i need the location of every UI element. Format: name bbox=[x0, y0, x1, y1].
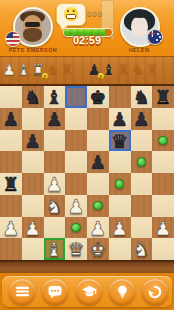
square-h1[interactable] bbox=[152, 238, 174, 260]
square-c8[interactable]: ♝ bbox=[44, 86, 66, 108]
square-f7[interactable]: ♟ bbox=[109, 108, 131, 130]
white-knight: ♞ bbox=[131, 238, 153, 260]
chess-app: PETE EMERSON HELEN 000 02:59 ♟♝♜2♞♜ ♟2♝♜… bbox=[0, 0, 174, 310]
avatar-face bbox=[131, 16, 148, 37]
white-pawn: ♟ bbox=[0, 217, 22, 239]
game-header: PETE EMERSON HELEN 000 02:59 bbox=[0, 0, 174, 56]
white-pawn: ♟ bbox=[87, 217, 109, 239]
legal-move-dot[interactable] bbox=[93, 201, 103, 211]
flag-detail bbox=[151, 30, 152, 37]
square-h3[interactable] bbox=[152, 195, 174, 217]
square-g8[interactable]: ♞ bbox=[131, 86, 153, 108]
captured-white-pieces: ♟♝♜2♞♜ bbox=[2, 57, 75, 83]
legal-move-dot[interactable] bbox=[137, 157, 147, 167]
captured-black-pawn: ♟2 bbox=[87, 57, 102, 83]
timer-text: 02:59 bbox=[57, 34, 117, 46]
square-d7[interactable] bbox=[65, 108, 87, 130]
square-d5[interactable] bbox=[65, 151, 87, 173]
square-e2[interactable]: ♟ bbox=[87, 217, 109, 239]
white-pawn: ♟ bbox=[152, 217, 174, 239]
black-pawn: ♟ bbox=[0, 108, 22, 130]
board-frame bbox=[0, 260, 174, 273]
black-pawn: ♟ bbox=[22, 130, 44, 152]
black-pawn: ♟ bbox=[131, 108, 153, 130]
square-b7[interactable] bbox=[22, 108, 44, 130]
white-queen: ♛ bbox=[65, 238, 87, 260]
square-d4[interactable] bbox=[65, 173, 87, 195]
white-pawn: ♟ bbox=[22, 217, 44, 239]
square-c6[interactable] bbox=[44, 130, 66, 152]
legal-move-dot[interactable] bbox=[158, 136, 168, 146]
square-g2[interactable] bbox=[131, 217, 153, 239]
learn-button[interactable] bbox=[76, 279, 102, 305]
player2-name: HELEN bbox=[104, 47, 174, 53]
square-e7[interactable] bbox=[87, 108, 109, 130]
placeholder-knight: ♞ bbox=[46, 57, 61, 83]
square-g3[interactable] bbox=[131, 195, 153, 217]
square-c7[interactable]: ♟ bbox=[44, 108, 66, 130]
black-knight: ♞ bbox=[131, 86, 153, 108]
square-g6[interactable] bbox=[131, 130, 153, 152]
white-king: ♚ bbox=[87, 238, 109, 260]
square-d6[interactable] bbox=[65, 130, 87, 152]
black-bishop: ♝ bbox=[44, 86, 66, 108]
white-pawn: ♟ bbox=[65, 195, 87, 217]
avatar-sunglasses bbox=[25, 22, 40, 27]
white-bishop: ♝ bbox=[44, 238, 66, 260]
avatar-fringe bbox=[130, 12, 149, 18]
square-b2[interactable]: ♟ bbox=[22, 217, 44, 239]
square-a4[interactable]: ♜ bbox=[0, 173, 22, 195]
chess-board: ♞♝♚♞♜♟♟♟♟♟♛♟♜♟♞♟♟♟♟♟♟♝♛♚♞ bbox=[0, 86, 174, 260]
square-b1[interactable] bbox=[22, 238, 44, 260]
square-b4[interactable] bbox=[22, 173, 44, 195]
square-g5[interactable] bbox=[131, 151, 153, 173]
square-e1[interactable]: ♚ bbox=[87, 238, 109, 260]
square-d3[interactable]: ♟ bbox=[65, 195, 87, 217]
square-h2[interactable]: ♟ bbox=[152, 217, 174, 239]
black-pawn: ♟ bbox=[44, 108, 66, 130]
legal-move-dot[interactable] bbox=[115, 179, 125, 189]
square-h4[interactable] bbox=[152, 173, 174, 195]
placeholder-rook: ♜ bbox=[60, 57, 75, 83]
square-a5[interactable] bbox=[0, 151, 22, 173]
usa-flag-icon bbox=[5, 31, 21, 47]
black-pawn: ♟ bbox=[87, 151, 109, 173]
square-b8[interactable]: ♞ bbox=[22, 86, 44, 108]
menu-icon bbox=[16, 285, 29, 298]
captured-white-rook: ♜2 bbox=[31, 57, 46, 83]
square-a7[interactable]: ♟ bbox=[0, 108, 22, 130]
square-b3[interactable] bbox=[22, 195, 44, 217]
captured-black-bishop: ♝ bbox=[102, 57, 117, 83]
chat-button[interactable] bbox=[42, 279, 68, 305]
square-f8[interactable] bbox=[109, 86, 131, 108]
square-e5[interactable]: ♟ bbox=[87, 151, 109, 173]
black-rook: ♜ bbox=[152, 86, 174, 108]
square-f6[interactable]: ♛ bbox=[109, 130, 131, 152]
square-b6[interactable]: ♟ bbox=[22, 130, 44, 152]
captured-white-pawn: ♟ bbox=[2, 57, 17, 83]
menu-button[interactable] bbox=[9, 279, 35, 305]
hint-button[interactable] bbox=[109, 279, 135, 305]
square-a8[interactable] bbox=[0, 86, 22, 108]
square-c5[interactable] bbox=[44, 151, 66, 173]
lightbulb-icon bbox=[116, 285, 129, 299]
square-e4[interactable] bbox=[87, 173, 109, 195]
black-queen: ♛ bbox=[109, 130, 131, 152]
square-e8[interactable]: ♚ bbox=[87, 86, 109, 108]
score-counter: 000 bbox=[87, 9, 103, 18]
square-f3[interactable] bbox=[109, 195, 131, 217]
captured-pieces-tray: ♟♝♜2♞♜ ♟2♝♜♞♜ bbox=[0, 56, 174, 86]
square-d1[interactable]: ♛ bbox=[65, 238, 87, 260]
square-g7[interactable]: ♟ bbox=[131, 108, 153, 130]
square-f1[interactable] bbox=[109, 238, 131, 260]
white-knight: ♞ bbox=[44, 195, 66, 217]
square-b5[interactable] bbox=[22, 151, 44, 173]
avatar-beard bbox=[23, 28, 42, 42]
square-h7[interactable] bbox=[152, 108, 174, 130]
square-a1[interactable] bbox=[0, 238, 22, 260]
square-a2[interactable]: ♟ bbox=[0, 217, 22, 239]
toolbar-panel bbox=[2, 276, 172, 307]
last-move-highlight bbox=[65, 86, 87, 108]
legal-move-dot[interactable] bbox=[71, 223, 81, 233]
square-h6[interactable] bbox=[152, 130, 174, 152]
white-pawn: ♟ bbox=[109, 217, 131, 239]
undo-arrow-icon bbox=[148, 285, 162, 299]
square-c1[interactable]: ♝ bbox=[44, 238, 66, 260]
australia-flag-icon bbox=[147, 29, 163, 45]
grin-emoji-icon bbox=[64, 7, 78, 21]
captured-black-pieces: ♟2♝♜♞♜ bbox=[87, 57, 160, 83]
black-rook: ♜ bbox=[0, 173, 22, 195]
emoji-chat-button[interactable] bbox=[56, 3, 86, 26]
square-d2[interactable] bbox=[65, 217, 87, 239]
square-g1[interactable]: ♞ bbox=[131, 238, 153, 260]
captured-white-bishop: ♝ bbox=[17, 57, 32, 83]
placeholder-rook: ♜ bbox=[116, 57, 131, 83]
chat-bubble-icon bbox=[48, 285, 62, 299]
square-a3[interactable] bbox=[0, 195, 22, 217]
undo-button[interactable] bbox=[142, 279, 168, 305]
square-e3[interactable] bbox=[87, 195, 109, 217]
flag-stars bbox=[157, 33, 159, 35]
graduation-cap-icon bbox=[82, 285, 97, 299]
player1-name: PETE EMERSON bbox=[0, 47, 68, 53]
black-knight: ♞ bbox=[22, 86, 44, 108]
placeholder-knight: ♞ bbox=[131, 57, 146, 83]
square-d8[interactable] bbox=[65, 86, 87, 108]
white-pawn: ♟ bbox=[44, 173, 66, 195]
square-f5[interactable] bbox=[109, 151, 131, 173]
square-g4[interactable] bbox=[131, 173, 153, 195]
square-h8[interactable]: ♜ bbox=[152, 86, 174, 108]
square-f2[interactable]: ♟ bbox=[109, 217, 131, 239]
square-c4[interactable]: ♟ bbox=[44, 173, 66, 195]
square-f4[interactable] bbox=[109, 173, 131, 195]
square-c3[interactable]: ♞ bbox=[44, 195, 66, 217]
black-pawn: ♟ bbox=[109, 108, 131, 130]
square-a6[interactable] bbox=[0, 130, 22, 152]
square-c2[interactable] bbox=[44, 217, 66, 239]
black-king: ♚ bbox=[87, 86, 109, 108]
bottom-toolbar bbox=[0, 273, 174, 310]
square-h5[interactable] bbox=[152, 151, 174, 173]
square-e6[interactable] bbox=[87, 130, 109, 152]
placeholder-rook: ♜ bbox=[145, 57, 160, 83]
